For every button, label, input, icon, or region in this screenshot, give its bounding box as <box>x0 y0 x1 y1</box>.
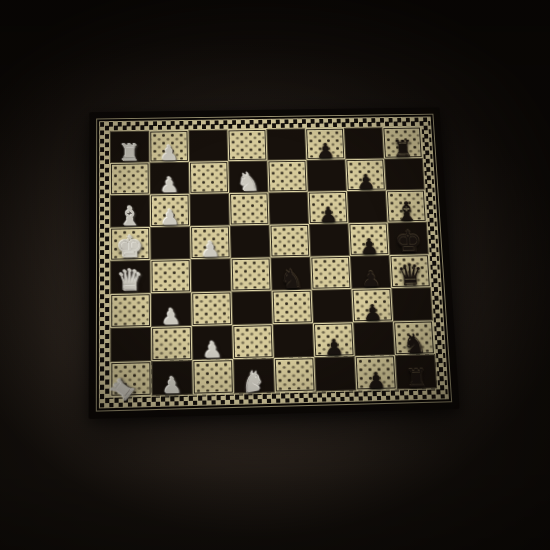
white-queen-d1: ♛ <box>117 266 144 296</box>
square-a1: ♜ <box>110 361 151 397</box>
square-a5 <box>274 357 316 392</box>
square-e6 <box>309 223 350 256</box>
square-d8: ♛ <box>389 254 430 288</box>
white-pawn-a2: ♟ <box>162 375 183 398</box>
square-c2: ♟ <box>151 292 192 327</box>
square-g3 <box>189 161 229 194</box>
square-d2 <box>150 259 191 293</box>
square-g1 <box>110 162 150 195</box>
square-d5: ♞ <box>271 257 312 291</box>
square-g8 <box>384 158 425 190</box>
square-b2 <box>151 326 192 361</box>
square-g2: ♟ <box>150 162 190 195</box>
square-h1: ♜ <box>110 131 150 163</box>
board-checkered-border: ♜♟♟♜♟♞♟♝♟♟♝♚♟♟♚♛♞♟♛♟♟♟♟♞♜♟♞♟♜ <box>99 116 449 408</box>
square-f5 <box>268 192 309 225</box>
square-e5 <box>269 224 310 257</box>
square-d3 <box>191 258 232 292</box>
square-d6 <box>310 256 351 290</box>
square-f4 <box>229 192 269 225</box>
square-a7: ♟ <box>355 355 397 390</box>
board-inlay-line: ♜♟♟♜♟♞♟♝♟♟♝♚♟♟♚♛♞♟♛♟♟♟♟♞♜♟♞♟♜ <box>96 114 452 412</box>
black-rook-a8: ♜ <box>404 365 428 391</box>
square-g7: ♟ <box>345 159 386 191</box>
black-bishop-f8: ♝ <box>394 198 419 224</box>
square-d4 <box>231 257 272 291</box>
chess-board: ♜♟♟♜♟♞♟♝♟♟♝♚♟♟♚♛♞♟♛♟♟♟♟♞♜♟♞♟♜ <box>89 107 460 419</box>
square-f8: ♝ <box>386 190 427 223</box>
square-h5 <box>266 128 306 160</box>
square-b1 <box>110 327 151 362</box>
square-e8: ♚ <box>388 222 429 255</box>
square-a3 <box>192 359 234 395</box>
square-c4 <box>231 291 272 325</box>
square-h8: ♜ <box>382 127 422 159</box>
black-pawn-a7: ♟ <box>366 369 387 392</box>
square-b3: ♟ <box>192 325 233 360</box>
square-f3 <box>189 193 229 226</box>
white-king-e1: ♚ <box>116 232 144 263</box>
black-queen-d8: ♛ <box>396 260 424 290</box>
square-f1: ♝ <box>110 194 150 227</box>
square-b4 <box>232 324 273 359</box>
square-c8 <box>391 287 433 321</box>
square-c3 <box>191 291 232 326</box>
square-g5 <box>267 160 307 193</box>
square-b5 <box>273 323 315 358</box>
black-king-e8: ♚ <box>394 227 423 257</box>
square-e7: ♟ <box>348 223 389 256</box>
square-f2: ♟ <box>150 194 190 227</box>
square-e1: ♚ <box>110 227 150 261</box>
square-h2: ♟ <box>149 130 189 162</box>
square-d7: ♟ <box>350 255 391 289</box>
square-h3 <box>188 130 228 162</box>
square-h7 <box>344 127 384 159</box>
white-bishop-f1: ♝ <box>118 203 142 229</box>
square-c5 <box>272 290 313 324</box>
white-rook-a1: ♜ <box>106 373 141 407</box>
white-knight-g4: ♞ <box>236 169 261 195</box>
photo-canvas: ♜♟♟♜♟♞♟♝♟♟♝♚♟♟♚♛♞♟♛♟♟♟♟♞♜♟♞♟♜ <box>0 0 550 550</box>
white-rook-h1: ♜ <box>119 141 141 165</box>
square-b7 <box>353 321 395 356</box>
board-grid: ♜♟♟♜♟♞♟♝♟♟♝♚♟♟♚♛♞♟♛♟♟♟♟♞♜♟♞♟♜ <box>109 126 438 398</box>
square-f7 <box>347 190 388 223</box>
square-g6 <box>306 159 346 191</box>
square-b8: ♞ <box>393 320 435 355</box>
black-knight-b8: ♞ <box>401 330 427 357</box>
square-h6: ♟ <box>305 128 345 160</box>
square-a6 <box>314 356 356 391</box>
square-a4: ♞ <box>233 358 275 393</box>
square-f6: ♟ <box>308 191 349 224</box>
square-c6 <box>312 289 353 323</box>
square-a2: ♟ <box>151 360 193 396</box>
white-knight-a4: ♞ <box>237 366 267 398</box>
square-e3: ♟ <box>190 225 231 259</box>
square-b6: ♟ <box>313 322 355 357</box>
square-g4: ♞ <box>228 160 268 193</box>
square-e2 <box>150 226 190 260</box>
black-rook-h8: ♜ <box>391 137 414 160</box>
black-knight-d5: ♞ <box>279 266 304 293</box>
square-e4 <box>230 225 271 259</box>
square-c7: ♟ <box>351 288 393 322</box>
square-c1 <box>110 293 151 328</box>
square-a8: ♜ <box>395 354 437 389</box>
square-d1: ♛ <box>110 260 151 294</box>
square-h4 <box>227 129 267 161</box>
